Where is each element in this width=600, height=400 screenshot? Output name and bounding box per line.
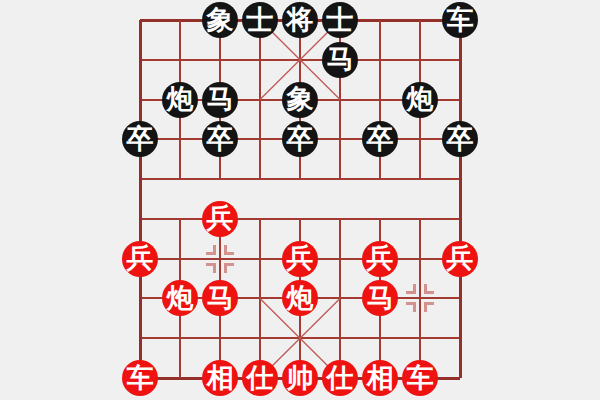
piece-black-elephant[interactable]: 象 bbox=[282, 82, 318, 118]
marker-corner bbox=[424, 284, 434, 294]
marker-corner bbox=[224, 245, 234, 255]
piece-red-chariot[interactable]: 车 bbox=[402, 360, 438, 396]
last-move-marker bbox=[406, 284, 434, 312]
piece-red-horse[interactable]: 马 bbox=[202, 280, 238, 316]
last-move-marker bbox=[206, 245, 234, 273]
piece-black-chariot[interactable]: 车 bbox=[442, 2, 478, 38]
piece-red-advisor[interactable]: 仕 bbox=[322, 360, 358, 396]
piece-red-soldier[interactable]: 兵 bbox=[122, 241, 158, 277]
marker-corner bbox=[406, 284, 416, 294]
xiangqi-board[interactable]: 象士将士车马炮马象炮卒卒卒卒卒兵兵兵兵兵炮马炮马车相仕帅仕相车 bbox=[0, 0, 600, 400]
piece-black-cannon[interactable]: 炮 bbox=[162, 82, 198, 118]
marker-corner bbox=[206, 245, 216, 255]
piece-red-horse[interactable]: 马 bbox=[362, 280, 398, 316]
piece-red-soldier[interactable]: 兵 bbox=[282, 241, 318, 277]
piece-red-elephant[interactable]: 相 bbox=[362, 360, 398, 396]
marker-corner bbox=[406, 302, 416, 312]
marker-corner bbox=[224, 263, 234, 273]
piece-black-soldier[interactable]: 卒 bbox=[362, 121, 398, 157]
piece-black-soldier[interactable]: 卒 bbox=[122, 121, 158, 157]
piece-red-general[interactable]: 帅 bbox=[282, 360, 318, 396]
piece-red-chariot[interactable]: 车 bbox=[122, 360, 158, 396]
piece-black-general[interactable]: 将 bbox=[282, 2, 318, 38]
piece-red-advisor[interactable]: 仕 bbox=[242, 360, 278, 396]
piece-red-soldier[interactable]: 兵 bbox=[202, 201, 238, 237]
piece-red-cannon[interactable]: 炮 bbox=[162, 280, 198, 316]
piece-black-soldier[interactable]: 卒 bbox=[202, 121, 238, 157]
board-grid bbox=[0, 0, 600, 400]
piece-black-advisor[interactable]: 士 bbox=[242, 2, 278, 38]
piece-red-cannon[interactable]: 炮 bbox=[282, 280, 318, 316]
marker-corner bbox=[206, 263, 216, 273]
piece-red-soldier[interactable]: 兵 bbox=[362, 241, 398, 277]
piece-red-elephant[interactable]: 相 bbox=[202, 360, 238, 396]
piece-black-soldier[interactable]: 卒 bbox=[442, 121, 478, 157]
piece-black-cannon[interactable]: 炮 bbox=[402, 82, 438, 118]
marker-corner bbox=[424, 302, 434, 312]
piece-black-elephant[interactable]: 象 bbox=[202, 2, 238, 38]
piece-red-soldier[interactable]: 兵 bbox=[442, 241, 478, 277]
piece-black-soldier[interactable]: 卒 bbox=[282, 121, 318, 157]
piece-black-horse[interactable]: 马 bbox=[322, 42, 358, 78]
piece-black-horse[interactable]: 马 bbox=[202, 82, 238, 118]
piece-black-advisor[interactable]: 士 bbox=[322, 2, 358, 38]
